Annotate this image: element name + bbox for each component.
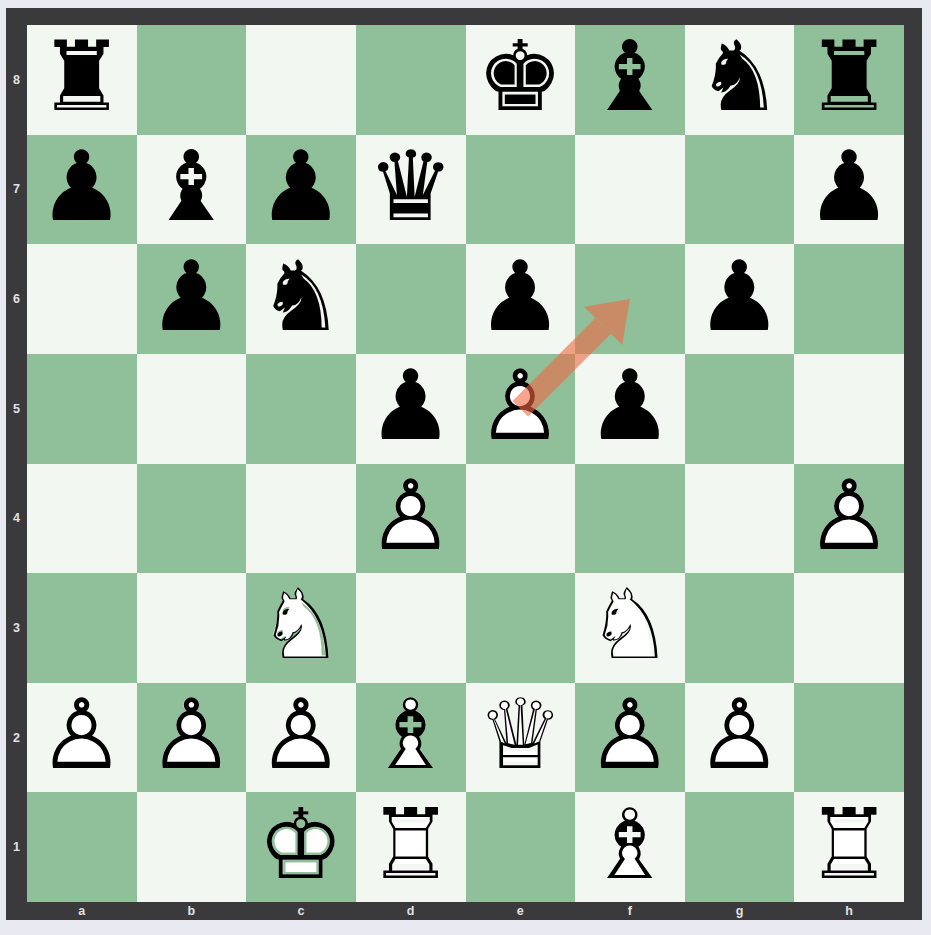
- piece-outline: ♘: [246, 570, 356, 680]
- square-c8[interactable]: [246, 25, 356, 135]
- board-frame: ♜♚♝♞♜♟♝♟♛♟♟♞♟♟♟♟♙♟♟♙♟♙♞♘♞♘♟♙♟♙♟♙♝♗♛♕♟♙♟♙…: [6, 8, 922, 920]
- piece-fill: ♟: [27, 132, 137, 242]
- black-rook-icon[interactable]: ♜: [794, 25, 904, 135]
- piece-outline: ♙: [137, 680, 247, 790]
- black-pawn-icon[interactable]: ♟: [466, 244, 576, 354]
- square-h1[interactable]: ♜♖: [794, 792, 904, 902]
- piece-outline: ♙: [27, 680, 137, 790]
- piece-fill: ♟: [466, 241, 576, 351]
- file-label-b: b: [137, 902, 247, 920]
- piece-fill: ♞: [246, 241, 356, 351]
- square-d1[interactable]: ♜♖: [356, 792, 466, 902]
- square-e4[interactable]: [466, 464, 576, 574]
- square-e1[interactable]: [466, 792, 576, 902]
- piece-outline: ♔: [246, 789, 356, 899]
- file-label-h: h: [794, 902, 904, 920]
- piece-fill: ♜: [27, 22, 137, 132]
- square-g1[interactable]: [685, 792, 795, 902]
- square-a3[interactable]: [27, 573, 137, 683]
- file-label-f: f: [575, 902, 685, 920]
- square-d7[interactable]: ♛: [356, 135, 466, 245]
- square-h6[interactable]: [794, 244, 904, 354]
- square-g7[interactable]: [685, 135, 795, 245]
- black-king-icon[interactable]: ♚: [466, 25, 576, 135]
- square-c3[interactable]: ♞♘: [246, 573, 356, 683]
- square-d4[interactable]: ♟♙: [356, 464, 466, 574]
- square-g6[interactable]: ♟: [685, 244, 795, 354]
- square-f4[interactable]: [575, 464, 685, 574]
- piece-outline: ♖: [794, 789, 904, 899]
- piece-fill: ♟: [137, 241, 247, 351]
- black-rook-icon[interactable]: ♜: [27, 25, 137, 135]
- white-knight-icon[interactable]: ♞♘: [575, 573, 685, 683]
- square-e8[interactable]: ♚: [466, 25, 576, 135]
- white-rook-icon[interactable]: ♜♖: [794, 792, 904, 902]
- white-pawn-icon[interactable]: ♟♙: [575, 683, 685, 793]
- rank-label-1: 1: [6, 792, 27, 902]
- white-knight-icon[interactable]: ♞♘: [246, 573, 356, 683]
- white-pawn-icon[interactable]: ♟♙: [27, 683, 137, 793]
- square-f2[interactable]: ♟♙: [575, 683, 685, 793]
- square-b3[interactable]: [137, 573, 247, 683]
- file-label-a: a: [27, 902, 137, 920]
- square-h8[interactable]: ♜: [794, 25, 904, 135]
- square-b7[interactable]: ♝: [137, 135, 247, 245]
- square-e3[interactable]: [466, 573, 576, 683]
- square-c1[interactable]: ♚♔: [246, 792, 356, 902]
- piece-fill: ♟: [685, 241, 795, 351]
- rank-label-2: 2: [6, 683, 27, 793]
- square-a2[interactable]: ♟♙: [27, 683, 137, 793]
- square-a1[interactable]: [27, 792, 137, 902]
- rank-label-4: 4: [6, 464, 27, 574]
- square-f8[interactable]: ♝: [575, 25, 685, 135]
- square-f1[interactable]: ♝♗: [575, 792, 685, 902]
- square-f3[interactable]: ♞♘: [575, 573, 685, 683]
- black-pawn-icon[interactable]: ♟: [794, 135, 904, 245]
- piece-outline: ♗: [356, 680, 466, 790]
- rank-label-3: 3: [6, 573, 27, 683]
- square-d6[interactable]: [356, 244, 466, 354]
- white-rook-icon[interactable]: ♜♖: [356, 792, 466, 902]
- black-pawn-icon[interactable]: ♟: [685, 244, 795, 354]
- square-b1[interactable]: [137, 792, 247, 902]
- square-h3[interactable]: [794, 573, 904, 683]
- square-c7[interactable]: ♟: [246, 135, 356, 245]
- piece-fill: ♟: [356, 351, 466, 461]
- piece-fill: ♝: [575, 22, 685, 132]
- rank-label-6: 6: [6, 244, 27, 354]
- black-bishop-icon[interactable]: ♝: [137, 135, 247, 245]
- square-c5[interactable]: [246, 354, 356, 464]
- square-b8[interactable]: [137, 25, 247, 135]
- white-pawn-icon[interactable]: ♟♙: [356, 464, 466, 574]
- piece-fill: ♝: [137, 132, 247, 242]
- piece-outline: ♘: [575, 570, 685, 680]
- square-e5[interactable]: ♟♙: [466, 354, 576, 464]
- square-h4[interactable]: ♟♙: [794, 464, 904, 574]
- square-a7[interactable]: ♟: [27, 135, 137, 245]
- piece-outline: ♙: [466, 351, 576, 461]
- piece-fill: ♟: [246, 132, 356, 242]
- white-queen-icon[interactable]: ♛♕: [466, 683, 576, 793]
- piece-outline: ♙: [356, 461, 466, 571]
- square-g4[interactable]: [685, 464, 795, 574]
- black-pawn-icon[interactable]: ♟: [137, 244, 247, 354]
- square-a8[interactable]: ♜: [27, 25, 137, 135]
- piece-fill: ♚: [466, 22, 576, 132]
- black-pawn-icon[interactable]: ♟: [575, 354, 685, 464]
- black-pawn-icon[interactable]: ♟: [27, 135, 137, 245]
- piece-fill: ♟: [794, 132, 904, 242]
- piece-outline: ♕: [466, 680, 576, 790]
- piece-outline: ♗: [575, 789, 685, 899]
- white-pawn-icon[interactable]: ♟♙: [466, 354, 576, 464]
- white-pawn-icon[interactable]: ♟♙: [685, 683, 795, 793]
- file-label-g: g: [685, 902, 795, 920]
- square-d8[interactable]: [356, 25, 466, 135]
- white-bishop-icon[interactable]: ♝♗: [356, 683, 466, 793]
- black-pawn-icon[interactable]: ♟: [356, 354, 466, 464]
- file-label-c: c: [246, 902, 356, 920]
- square-d5[interactable]: ♟: [356, 354, 466, 464]
- square-e2[interactable]: ♛♕: [466, 683, 576, 793]
- piece-fill: ♛: [356, 132, 466, 242]
- piece-outline: ♙: [246, 680, 356, 790]
- square-c2[interactable]: ♟♙: [246, 683, 356, 793]
- square-g2[interactable]: ♟♙: [685, 683, 795, 793]
- square-e7[interactable]: [466, 135, 576, 245]
- black-knight-icon[interactable]: ♞: [685, 25, 795, 135]
- square-e6[interactable]: ♟: [466, 244, 576, 354]
- square-a6[interactable]: [27, 244, 137, 354]
- square-g8[interactable]: ♞: [685, 25, 795, 135]
- square-b4[interactable]: [137, 464, 247, 574]
- piece-fill: ♞: [685, 22, 795, 132]
- square-b6[interactable]: ♟: [137, 244, 247, 354]
- piece-fill: ♟: [575, 351, 685, 461]
- square-d3[interactable]: [356, 573, 466, 683]
- chess-board: ♜♚♝♞♜♟♝♟♛♟♟♞♟♟♟♟♙♟♟♙♟♙♞♘♞♘♟♙♟♙♟♙♝♗♛♕♟♙♟♙…: [27, 25, 904, 902]
- rank-label-7: 7: [6, 135, 27, 245]
- square-d2[interactable]: ♝♗: [356, 683, 466, 793]
- white-pawn-icon[interactable]: ♟♙: [137, 683, 247, 793]
- white-king-icon[interactable]: ♚♔: [246, 792, 356, 902]
- black-pawn-icon[interactable]: ♟: [246, 135, 356, 245]
- rank-label-8: 8: [6, 25, 27, 135]
- square-h2[interactable]: [794, 683, 904, 793]
- square-f5[interactable]: ♟: [575, 354, 685, 464]
- file-label-d: d: [356, 902, 466, 920]
- white-pawn-icon[interactable]: ♟♙: [246, 683, 356, 793]
- black-knight-icon[interactable]: ♞: [246, 244, 356, 354]
- piece-outline: ♙: [685, 680, 795, 790]
- square-a4[interactable]: [27, 464, 137, 574]
- square-g3[interactable]: [685, 573, 795, 683]
- piece-outline: ♙: [794, 461, 904, 571]
- piece-outline: ♖: [356, 789, 466, 899]
- square-c4[interactable]: [246, 464, 356, 574]
- square-b2[interactable]: ♟♙: [137, 683, 247, 793]
- black-queen-icon[interactable]: ♛: [356, 135, 466, 245]
- square-c6[interactable]: ♞: [246, 244, 356, 354]
- white-pawn-icon[interactable]: ♟♙: [794, 464, 904, 574]
- square-f7[interactable]: [575, 135, 685, 245]
- square-h7[interactable]: ♟: [794, 135, 904, 245]
- white-bishop-icon[interactable]: ♝♗: [575, 792, 685, 902]
- piece-outline: ♙: [575, 680, 685, 790]
- black-bishop-icon[interactable]: ♝: [575, 25, 685, 135]
- square-h5[interactable]: [794, 354, 904, 464]
- square-g5[interactable]: [685, 354, 795, 464]
- square-b5[interactable]: [137, 354, 247, 464]
- file-label-e: e: [466, 902, 576, 920]
- piece-fill: ♜: [794, 22, 904, 132]
- square-a5[interactable]: [27, 354, 137, 464]
- rank-label-5: 5: [6, 354, 27, 464]
- square-f6[interactable]: [575, 244, 685, 354]
